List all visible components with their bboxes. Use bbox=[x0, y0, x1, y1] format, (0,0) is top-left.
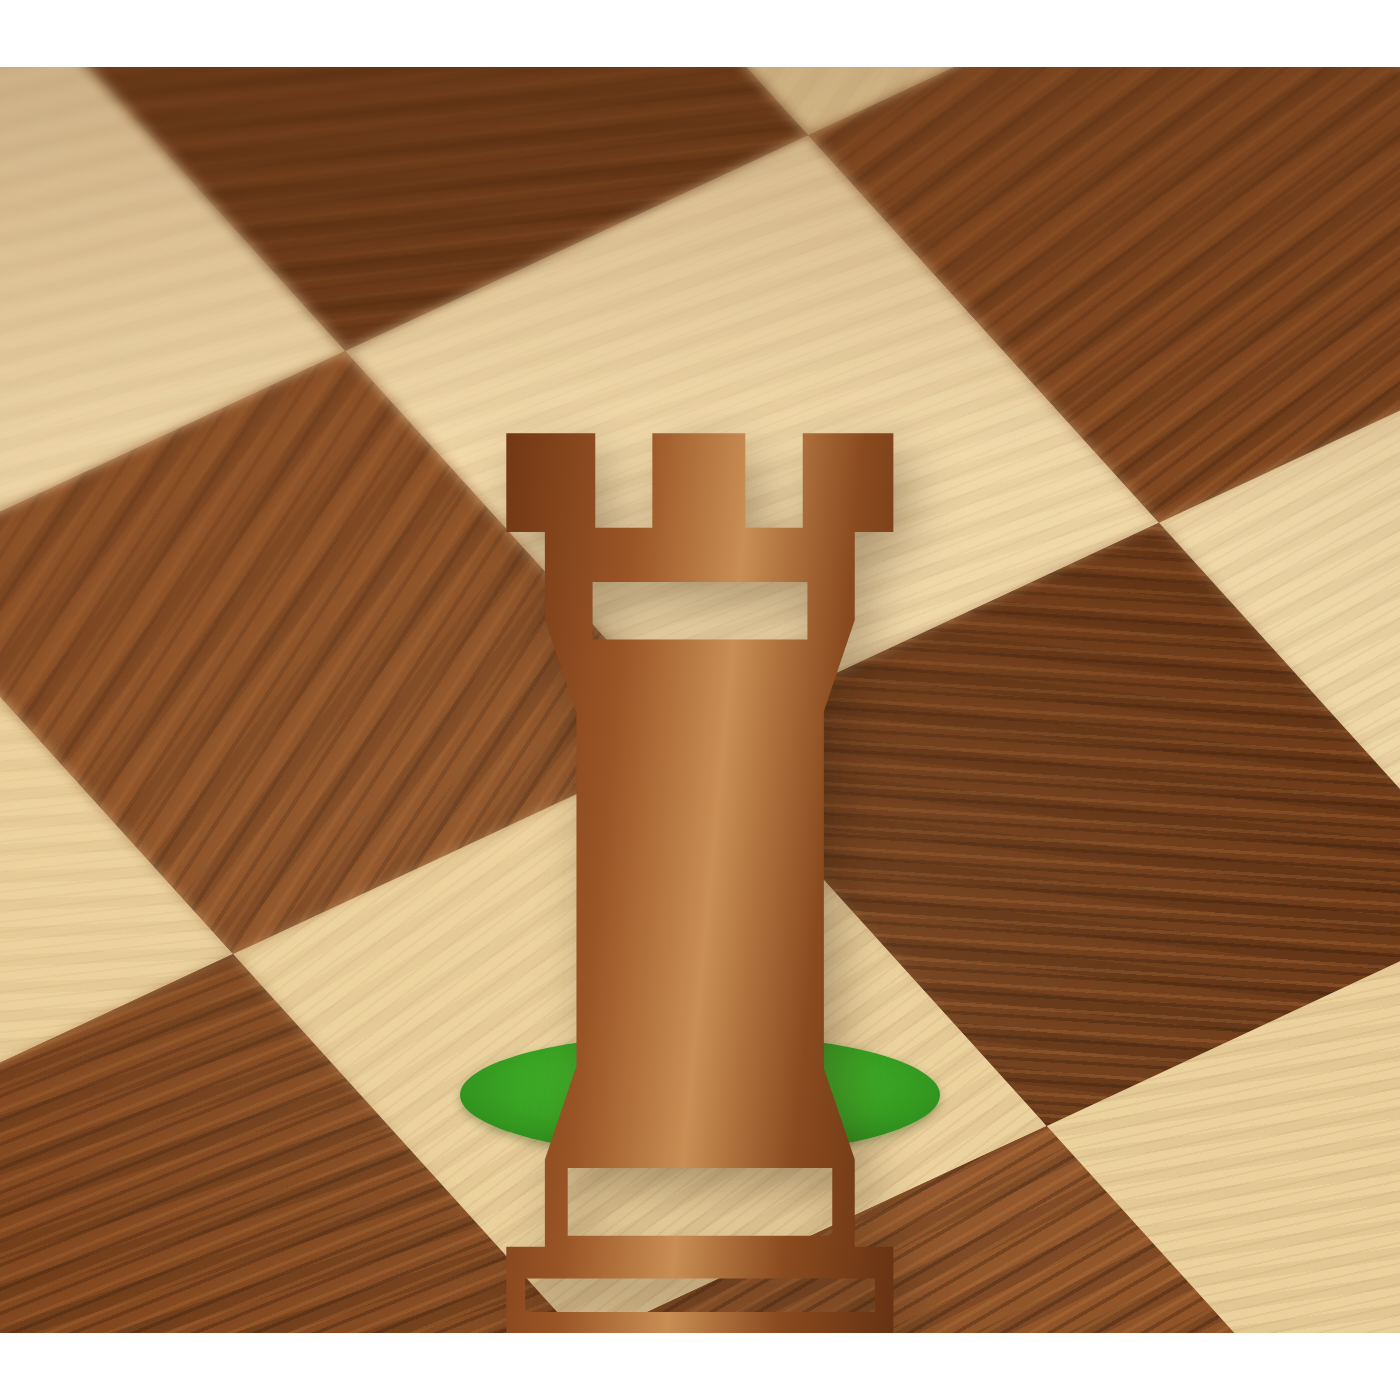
product-photo: ♜ bbox=[0, 0, 1400, 1400]
board-photo: ♜ bbox=[0, 67, 1400, 1333]
rook-glyph: ♜ bbox=[392, 288, 1008, 1333]
white-margin-bottom bbox=[0, 1333, 1400, 1400]
white-margin-top bbox=[0, 0, 1400, 67]
